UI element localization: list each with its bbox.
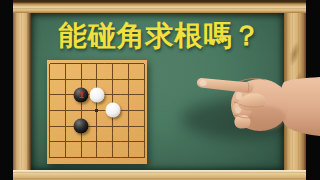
board-intersection[interactable] <box>47 134 58 150</box>
board-intersection[interactable] <box>89 87 105 103</box>
move-number-label: 1 <box>74 87 89 102</box>
go-board: 1 <box>47 60 147 164</box>
board-intersection[interactable] <box>136 60 147 71</box>
board-intersection[interactable] <box>105 150 121 164</box>
black-stone: 1 <box>74 87 89 102</box>
board-intersection[interactable] <box>73 60 89 71</box>
board-intersection[interactable] <box>121 87 137 103</box>
board-intersection[interactable] <box>73 118 89 134</box>
board-intersection[interactable] <box>89 118 105 134</box>
board-intersection[interactable] <box>73 103 89 119</box>
board-intersection[interactable] <box>47 150 58 164</box>
board-intersection[interactable] <box>105 87 121 103</box>
board-intersection[interactable] <box>136 103 147 119</box>
board-intersection[interactable] <box>47 118 58 134</box>
frame-bottom-rail <box>13 170 306 180</box>
board-intersection[interactable] <box>58 134 74 150</box>
board-intersection[interactable] <box>89 134 105 150</box>
board-intersection[interactable] <box>105 118 121 134</box>
white-stone <box>105 103 120 118</box>
board-intersection[interactable] <box>58 60 74 71</box>
board-intersection[interactable] <box>47 87 58 103</box>
board-intersection[interactable] <box>47 71 58 87</box>
board-intersection[interactable] <box>73 71 89 87</box>
board-intersection[interactable] <box>136 150 147 164</box>
frame-left-stile <box>13 13 31 170</box>
board-intersection[interactable] <box>73 150 89 164</box>
board-intersection[interactable] <box>121 71 137 87</box>
board-intersection[interactable] <box>105 71 121 87</box>
board-intersection[interactable] <box>121 118 137 134</box>
board-intersection[interactable] <box>89 150 105 164</box>
page-title: 能碰角求根嗎？ <box>40 21 280 50</box>
thumbnail-scene: 能碰角求根嗎？ 1 <box>0 0 320 180</box>
board-intersection[interactable] <box>89 71 105 87</box>
board-intersection[interactable] <box>58 71 74 87</box>
board-intersection[interactable] <box>73 134 89 150</box>
board-intersection[interactable] <box>47 103 58 119</box>
black-stone <box>74 119 89 134</box>
board-intersection[interactable] <box>47 60 58 71</box>
board-intersection[interactable]: 1 <box>73 87 89 103</box>
board-intersection[interactable] <box>121 60 137 71</box>
go-board-grid: 1 <box>47 60 147 164</box>
board-intersection[interactable] <box>105 103 121 119</box>
board-intersection[interactable] <box>121 103 137 119</box>
board-intersection[interactable] <box>136 87 147 103</box>
board-intersection[interactable] <box>58 103 74 119</box>
board-intersection[interactable] <box>121 134 137 150</box>
board-intersection[interactable] <box>58 87 74 103</box>
pointing-hand-image <box>192 60 320 140</box>
board-intersection[interactable] <box>58 150 74 164</box>
board-intersection[interactable] <box>105 134 121 150</box>
board-intersection[interactable] <box>136 134 147 150</box>
board-intersection[interactable] <box>58 118 74 134</box>
board-intersection[interactable] <box>136 118 147 134</box>
index-finger <box>197 78 254 93</box>
board-intersection[interactable] <box>89 60 105 71</box>
board-intersection[interactable] <box>89 103 105 119</box>
board-intersection[interactable] <box>136 71 147 87</box>
white-stone <box>89 87 104 102</box>
board-intersection[interactable] <box>105 60 121 71</box>
frame-top-rail <box>13 0 306 13</box>
board-intersection[interactable] <box>121 150 137 164</box>
